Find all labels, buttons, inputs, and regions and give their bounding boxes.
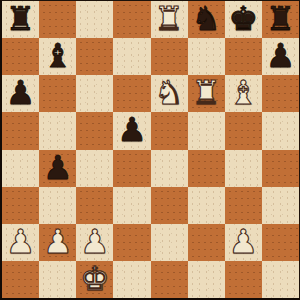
square-a5[interactable] bbox=[2, 112, 39, 149]
square-h1[interactable] bbox=[262, 261, 299, 298]
square-b8[interactable] bbox=[39, 1, 76, 38]
square-h8[interactable]: ♜ bbox=[262, 1, 299, 38]
square-b6[interactable] bbox=[39, 75, 76, 112]
square-g3[interactable] bbox=[225, 187, 262, 224]
square-b7[interactable]: ♝ bbox=[39, 38, 76, 75]
square-f1[interactable] bbox=[188, 261, 225, 298]
square-c2[interactable]: ♟ bbox=[76, 224, 113, 261]
square-h3[interactable] bbox=[262, 187, 299, 224]
square-c3[interactable] bbox=[76, 187, 113, 224]
square-g7[interactable] bbox=[225, 38, 262, 75]
square-g1[interactable] bbox=[225, 261, 262, 298]
chess-board: ♜♜♞♚♜♝♟♟♞♜♝♟♟♟♟♟♟♚ bbox=[0, 0, 300, 300]
square-a6[interactable]: ♟ bbox=[2, 75, 39, 112]
piece-white-pawn[interactable]: ♟ bbox=[229, 225, 259, 258]
square-c5[interactable] bbox=[76, 112, 113, 149]
square-b1[interactable] bbox=[39, 261, 76, 298]
square-f7[interactable] bbox=[188, 38, 225, 75]
square-g4[interactable] bbox=[225, 150, 262, 187]
square-c1[interactable]: ♚ bbox=[76, 261, 113, 298]
piece-black-pawn[interactable]: ♟ bbox=[6, 76, 36, 109]
square-f2[interactable] bbox=[188, 224, 225, 261]
square-c8[interactable] bbox=[76, 1, 113, 38]
square-e2[interactable] bbox=[151, 224, 188, 261]
square-g2[interactable]: ♟ bbox=[225, 224, 262, 261]
piece-black-knight[interactable]: ♞ bbox=[191, 2, 221, 35]
piece-white-king[interactable]: ♚ bbox=[80, 262, 110, 295]
square-f4[interactable] bbox=[188, 150, 225, 187]
square-h4[interactable] bbox=[262, 150, 299, 187]
piece-black-pawn[interactable]: ♟ bbox=[43, 151, 73, 184]
piece-white-pawn[interactable]: ♟ bbox=[6, 225, 36, 258]
square-c6[interactable] bbox=[76, 75, 113, 112]
square-h2[interactable] bbox=[262, 224, 299, 261]
piece-white-pawn[interactable]: ♟ bbox=[80, 225, 110, 258]
square-d4[interactable] bbox=[113, 150, 150, 187]
square-c4[interactable] bbox=[76, 150, 113, 187]
piece-black-pawn[interactable]: ♟ bbox=[117, 113, 147, 146]
square-d5[interactable]: ♟ bbox=[113, 112, 150, 149]
square-g5[interactable] bbox=[225, 112, 262, 149]
square-a2[interactable]: ♟ bbox=[2, 224, 39, 261]
square-d2[interactable] bbox=[113, 224, 150, 261]
square-h6[interactable] bbox=[262, 75, 299, 112]
square-e1[interactable] bbox=[151, 261, 188, 298]
square-d7[interactable] bbox=[113, 38, 150, 75]
piece-black-bishop[interactable]: ♝ bbox=[43, 39, 73, 72]
square-b2[interactable]: ♟ bbox=[39, 224, 76, 261]
piece-black-pawn[interactable]: ♟ bbox=[266, 39, 296, 72]
square-a7[interactable] bbox=[2, 38, 39, 75]
piece-white-knight[interactable]: ♞ bbox=[154, 76, 184, 109]
square-d1[interactable] bbox=[113, 261, 150, 298]
square-f8[interactable]: ♞ bbox=[188, 1, 225, 38]
square-f6[interactable]: ♜ bbox=[188, 75, 225, 112]
square-e8[interactable]: ♜ bbox=[151, 1, 188, 38]
square-g6[interactable]: ♝ bbox=[225, 75, 262, 112]
square-d6[interactable] bbox=[113, 75, 150, 112]
square-e5[interactable] bbox=[151, 112, 188, 149]
piece-white-rook[interactable]: ♜ bbox=[154, 2, 184, 35]
piece-white-bishop[interactable]: ♝ bbox=[229, 76, 259, 109]
square-e3[interactable] bbox=[151, 187, 188, 224]
square-e4[interactable] bbox=[151, 150, 188, 187]
square-b3[interactable] bbox=[39, 187, 76, 224]
square-d3[interactable] bbox=[113, 187, 150, 224]
square-f3[interactable] bbox=[188, 187, 225, 224]
piece-white-rook[interactable]: ♜ bbox=[191, 76, 221, 109]
piece-black-rook[interactable]: ♜ bbox=[266, 2, 296, 35]
square-a8[interactable]: ♜ bbox=[2, 1, 39, 38]
square-a1[interactable] bbox=[2, 261, 39, 298]
square-h7[interactable]: ♟ bbox=[262, 38, 299, 75]
piece-black-rook[interactable]: ♜ bbox=[6, 2, 36, 35]
square-a4[interactable] bbox=[2, 150, 39, 187]
square-e6[interactable]: ♞ bbox=[151, 75, 188, 112]
piece-black-king[interactable]: ♚ bbox=[229, 2, 259, 35]
square-b4[interactable]: ♟ bbox=[39, 150, 76, 187]
square-h5[interactable] bbox=[262, 112, 299, 149]
square-e7[interactable] bbox=[151, 38, 188, 75]
piece-white-pawn[interactable]: ♟ bbox=[43, 225, 73, 258]
square-g8[interactable]: ♚ bbox=[225, 1, 262, 38]
square-d8[interactable] bbox=[113, 1, 150, 38]
square-a3[interactable] bbox=[2, 187, 39, 224]
square-c7[interactable] bbox=[76, 38, 113, 75]
square-b5[interactable] bbox=[39, 112, 76, 149]
square-f5[interactable] bbox=[188, 112, 225, 149]
